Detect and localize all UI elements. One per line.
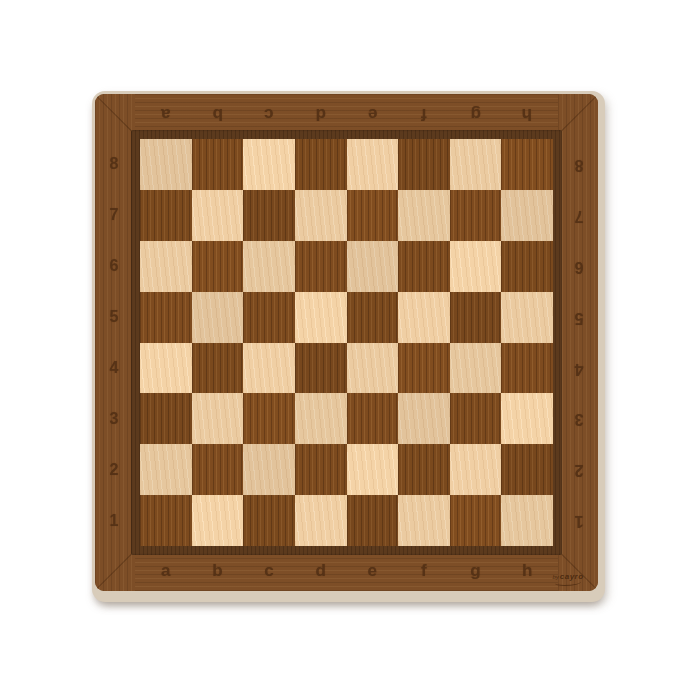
square-g3: [450, 393, 502, 444]
rank-label-right-7: 7: [564, 190, 594, 241]
file-label-top-h: h: [501, 99, 553, 129]
rank-label-right-2: 2: [564, 444, 594, 495]
square-b2: [192, 444, 244, 495]
square-b8: [192, 139, 244, 190]
square-g1: [450, 495, 502, 546]
file-label-bottom-e: e: [347, 556, 399, 586]
board-grid: [140, 139, 553, 546]
square-g7: [450, 190, 502, 241]
file-label-bottom-c: c: [243, 556, 295, 586]
board-frame: abcdefgh abcdefgh 87654321 87654321 byca…: [95, 94, 598, 591]
rank-label-left-1: 1: [99, 495, 129, 546]
square-b7: [192, 190, 244, 241]
square-b5: [192, 292, 244, 343]
square-h5: [501, 292, 553, 343]
square-d3: [295, 393, 347, 444]
square-c4: [243, 343, 295, 394]
square-b4: [192, 343, 244, 394]
square-b1: [192, 495, 244, 546]
square-d2: [295, 444, 347, 495]
square-d5: [295, 292, 347, 343]
square-b6: [192, 241, 244, 292]
square-d1: [295, 495, 347, 546]
square-d6: [295, 241, 347, 292]
square-a2: [140, 444, 192, 495]
square-g4: [450, 343, 502, 394]
square-h1: [501, 495, 553, 546]
square-f2: [398, 444, 450, 495]
square-a1: [140, 495, 192, 546]
square-c8: [243, 139, 295, 190]
square-h8: [501, 139, 553, 190]
square-a3: [140, 393, 192, 444]
square-c5: [243, 292, 295, 343]
rank-label-left-5: 5: [99, 292, 129, 343]
square-c1: [243, 495, 295, 546]
file-label-top-d: d: [295, 99, 347, 129]
rank-label-left-6: 6: [99, 241, 129, 292]
file-label-top-e: e: [347, 99, 399, 129]
square-c7: [243, 190, 295, 241]
file-labels-top: abcdefgh: [140, 99, 553, 129]
square-h6: [501, 241, 553, 292]
square-g8: [450, 139, 502, 190]
rank-label-right-3: 3: [564, 393, 594, 444]
file-label-top-a: a: [140, 99, 192, 129]
rank-label-left-7: 7: [99, 190, 129, 241]
square-f1: [398, 495, 450, 546]
brand-logo: bycayro: [550, 570, 586, 586]
square-g5: [450, 292, 502, 343]
square-c3: [243, 393, 295, 444]
rank-labels-right: 87654321: [564, 139, 594, 546]
square-g6: [450, 241, 502, 292]
square-e1: [347, 495, 399, 546]
square-e8: [347, 139, 399, 190]
square-f4: [398, 343, 450, 394]
square-f6: [398, 241, 450, 292]
square-d7: [295, 190, 347, 241]
file-label-bottom-d: d: [295, 556, 347, 586]
square-e3: [347, 393, 399, 444]
square-e6: [347, 241, 399, 292]
rank-label-right-4: 4: [564, 343, 594, 394]
square-d8: [295, 139, 347, 190]
rank-label-left-3: 3: [99, 393, 129, 444]
square-f8: [398, 139, 450, 190]
product-photo: abcdefgh abcdefgh 87654321 87654321 byca…: [0, 0, 700, 700]
rank-label-left-8: 8: [99, 139, 129, 190]
file-label-top-b: b: [192, 99, 244, 129]
brand-logo-prefix: by: [552, 574, 558, 580]
square-a4: [140, 343, 192, 394]
square-c2: [243, 444, 295, 495]
square-g2: [450, 444, 502, 495]
file-labels-bottom: abcdefgh: [140, 556, 553, 586]
square-f7: [398, 190, 450, 241]
square-h3: [501, 393, 553, 444]
rank-label-left-2: 2: [99, 444, 129, 495]
rank-label-right-5: 5: [564, 292, 594, 343]
square-a6: [140, 241, 192, 292]
brand-logo-text: cayro: [560, 572, 584, 581]
file-label-top-f: f: [398, 99, 450, 129]
square-e4: [347, 343, 399, 394]
file-label-bottom-g: g: [450, 556, 502, 586]
square-h7: [501, 190, 553, 241]
square-a8: [140, 139, 192, 190]
square-e7: [347, 190, 399, 241]
file-label-bottom-b: b: [192, 556, 244, 586]
chess-board: abcdefgh abcdefgh 87654321 87654321 byca…: [92, 91, 605, 602]
rank-label-right-6: 6: [564, 241, 594, 292]
file-label-bottom-a: a: [140, 556, 192, 586]
file-label-bottom-h: h: [501, 556, 553, 586]
square-c6: [243, 241, 295, 292]
rank-label-right-1: 1: [564, 495, 594, 546]
file-label-top-g: g: [450, 99, 502, 129]
square-a7: [140, 190, 192, 241]
file-label-top-c: c: [243, 99, 295, 129]
square-a5: [140, 292, 192, 343]
rank-label-right-8: 8: [564, 139, 594, 190]
square-b3: [192, 393, 244, 444]
square-h2: [501, 444, 553, 495]
square-e2: [347, 444, 399, 495]
square-f5: [398, 292, 450, 343]
file-label-bottom-f: f: [398, 556, 450, 586]
square-f3: [398, 393, 450, 444]
square-h4: [501, 343, 553, 394]
rank-label-left-4: 4: [99, 343, 129, 394]
square-d4: [295, 343, 347, 394]
rank-labels-left: 87654321: [99, 139, 129, 546]
square-e5: [347, 292, 399, 343]
